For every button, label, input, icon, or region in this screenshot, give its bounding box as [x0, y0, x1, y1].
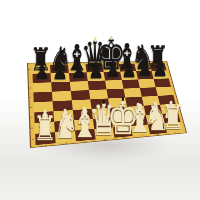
piece-black-pawn-c7[interactable]: ♟	[71, 59, 87, 81]
piece-black-pawn-h7[interactable]: ♟	[152, 57, 168, 79]
piece-black-pawn-e7[interactable]: ♟	[105, 58, 121, 80]
photo-scene: abcdefgh 87654321 ♜♞♝♛♚♝♞♜♟♟♟♟♟♟♟♟♟♟♟♟♟♟…	[0, 0, 200, 200]
piece-black-pawn-f7[interactable]: ♟	[121, 58, 137, 80]
white-king-finial	[121, 97, 124, 102]
rank-label-6: 6	[28, 83, 33, 93]
piece-black-pawn-a7[interactable]: ♟	[34, 60, 50, 82]
white-queen-finial	[103, 100, 105, 104]
piece-white-rook-h1[interactable]: ♜	[161, 100, 185, 134]
piece-black-pawn-b7[interactable]: ♟	[53, 60, 69, 82]
rank-label-5: 5	[28, 93, 33, 103]
piece-black-pawn-d7[interactable]: ♟	[88, 59, 104, 81]
black-king-finial	[110, 36, 112, 40]
piece-black-pawn-g7[interactable]: ♟	[137, 57, 153, 79]
